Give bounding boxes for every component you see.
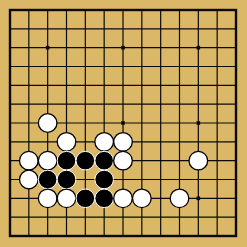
black-stone[interactable]	[95, 170, 114, 189]
white-stone[interactable]	[95, 133, 114, 152]
white-stone[interactable]	[20, 170, 39, 189]
white-stone[interactable]	[114, 133, 133, 152]
white-stone[interactable]	[38, 189, 57, 208]
black-stone[interactable]	[95, 189, 114, 208]
white-stone[interactable]	[133, 189, 152, 208]
hoshi-point	[197, 197, 201, 201]
go-board[interactable]	[0, 0, 247, 247]
hoshi-point	[121, 46, 125, 50]
black-stone[interactable]	[57, 170, 76, 189]
black-stone[interactable]	[76, 151, 95, 170]
black-stone[interactable]	[38, 170, 57, 189]
white-stone[interactable]	[189, 151, 208, 170]
white-stone[interactable]	[57, 189, 76, 208]
black-stone[interactable]	[95, 151, 114, 170]
white-stone[interactable]	[38, 151, 57, 170]
white-stone[interactable]	[114, 189, 133, 208]
hoshi-point	[197, 121, 201, 125]
white-stone[interactable]	[57, 133, 76, 152]
black-stone[interactable]	[76, 189, 95, 208]
white-stone[interactable]	[20, 151, 39, 170]
white-stone[interactable]	[114, 151, 133, 170]
white-stone[interactable]	[38, 114, 57, 133]
white-stone[interactable]	[170, 189, 189, 208]
hoshi-point	[46, 46, 50, 50]
hoshi-point	[197, 46, 201, 50]
hoshi-point	[121, 121, 125, 125]
black-stone[interactable]	[57, 151, 76, 170]
